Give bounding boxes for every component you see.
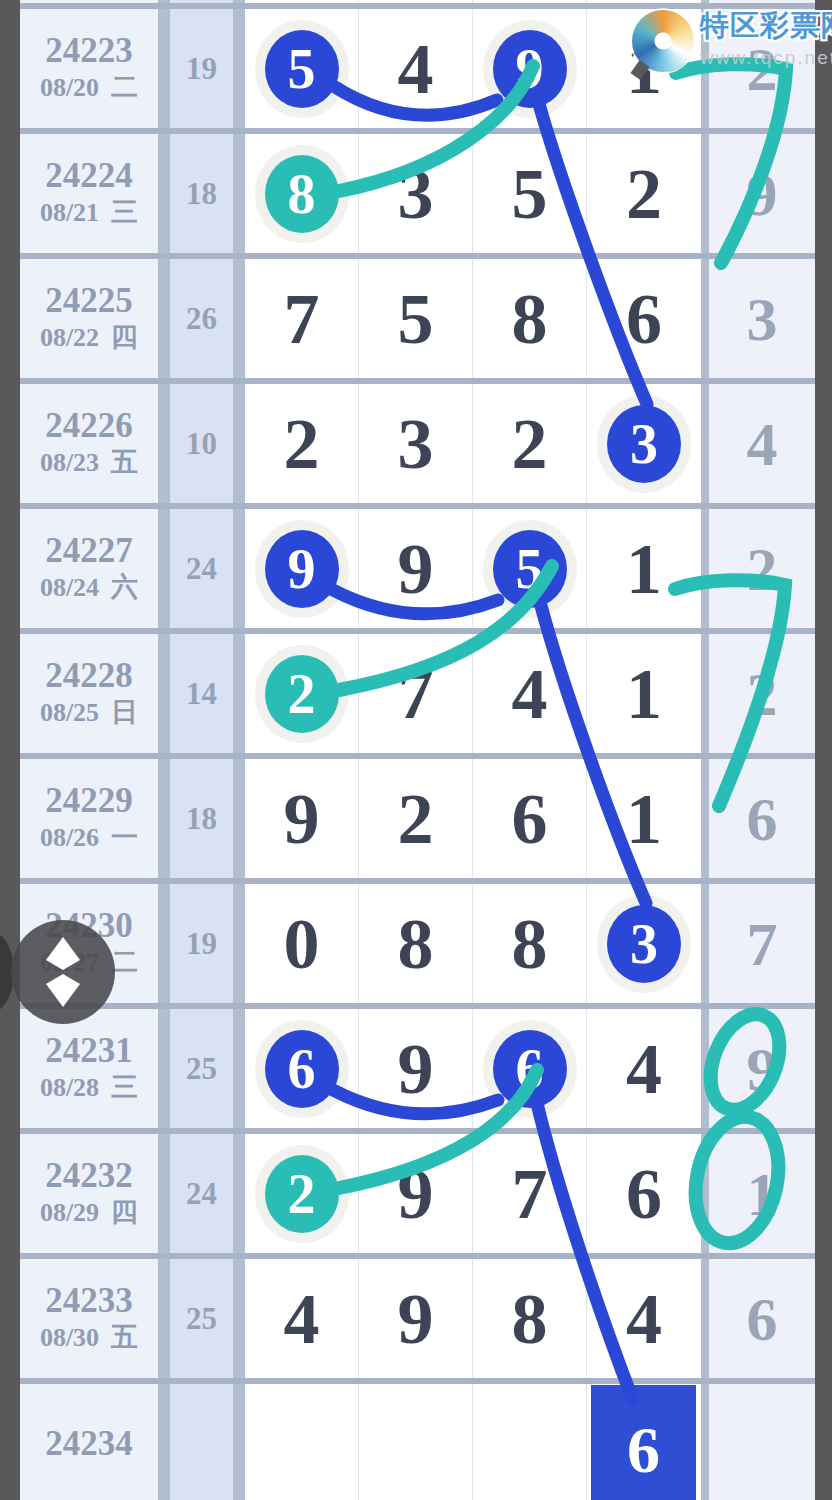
teal-circled-digit: 2	[265, 655, 339, 733]
extra-digit-value: 4	[747, 413, 778, 475]
draw-date-value: 08/22	[40, 323, 99, 353]
draw-label-cell: 2422508/22四	[20, 259, 158, 378]
draw-date: 08/24六	[40, 569, 138, 605]
digit-cell: 3	[587, 884, 701, 1003]
vertical-border	[233, 1009, 245, 1128]
blue-circled-digit: 3	[607, 405, 681, 483]
vertical-border	[701, 759, 709, 878]
draw-weekday: 五	[111, 1319, 138, 1355]
vertical-border	[158, 634, 170, 753]
site-name: 特区彩票网	[700, 6, 832, 46]
digit-cell: 6	[245, 1009, 358, 1128]
digit-cell: 6	[587, 1134, 701, 1253]
draw-weekday: 二	[111, 69, 138, 105]
scroll-up-arrow-icon[interactable]	[46, 937, 80, 970]
teal-circled-digit: 2	[265, 1155, 339, 1233]
digit-value: 4	[398, 33, 434, 105]
blue-circled-digit: 9	[493, 30, 567, 108]
digit-value: 2	[398, 783, 434, 855]
draw-number: 24227	[45, 532, 133, 570]
top-partial-cell	[20, 0, 158, 3]
digit-value: 8	[512, 283, 548, 355]
sum-cell: 24	[170, 1134, 233, 1253]
digit-value: 1	[626, 533, 662, 605]
extra-digit-cell: 6	[709, 759, 815, 878]
digit-value: 4	[626, 1033, 662, 1105]
digit-value: 8	[398, 908, 434, 980]
digit-cell: 2	[587, 134, 701, 253]
draw-number: 24228	[45, 657, 133, 695]
vertical-border	[233, 884, 245, 1003]
sum-cell: 26	[170, 259, 233, 378]
draw-weekday: 日	[111, 694, 138, 730]
digit-value: 3	[398, 408, 434, 480]
digit-value: 1	[626, 783, 662, 855]
digit-value: 7	[512, 1158, 548, 1230]
digit-cell: 5	[245, 9, 358, 128]
digit-cell: 2	[473, 384, 586, 503]
sum-value: 10	[186, 426, 217, 462]
extra-digit-cell: 6	[709, 1259, 815, 1378]
draw-date: 08/23五	[40, 444, 138, 480]
draw-date: 08/25日	[40, 694, 138, 730]
draw-weekday: 六	[111, 569, 138, 605]
digit-cell: 8	[473, 259, 586, 378]
extra-digit-cell: 9	[709, 134, 815, 253]
digit-cell: 7	[359, 634, 472, 753]
vertical-border	[701, 1009, 709, 1128]
digit-cell: 9	[245, 509, 358, 628]
draw-date: 08/28三	[40, 1069, 138, 1105]
draw-date-value: 08/23	[40, 448, 99, 478]
blue-circled-digit: 6	[265, 1030, 339, 1108]
digit-value: 2	[284, 408, 320, 480]
vertical-border	[233, 9, 245, 128]
digit-cell	[245, 1384, 358, 1500]
digit-cell: 1	[587, 759, 701, 878]
vertical-border	[158, 884, 170, 1003]
digit-cell: 6	[587, 1384, 701, 1500]
draw-date-value: 08/30	[40, 1323, 99, 1353]
scroll-nav-widget[interactable]	[11, 920, 115, 1024]
sum-value: 19	[186, 926, 217, 962]
digit-cell: 8	[473, 1259, 586, 1378]
draw-label-cell: 2422608/23五	[20, 384, 158, 503]
top-partial-cell	[233, 0, 245, 3]
digit-cell: 5	[473, 509, 586, 628]
sum-value: 18	[186, 176, 217, 212]
draw-date-value: 08/25	[40, 698, 99, 728]
extra-digit-value: 6	[747, 1288, 778, 1350]
digit-cell: 1	[587, 509, 701, 628]
draw-label-cell: 2423208/29四	[20, 1134, 158, 1253]
vertical-border	[701, 1134, 709, 1253]
digit-value: 5	[512, 158, 548, 230]
blue-circled-digit: 5	[265, 30, 339, 108]
digit-value: 7	[398, 658, 434, 730]
digit-cell	[359, 1384, 472, 1500]
draw-number: 24223	[45, 32, 133, 70]
draw-number: 24232	[45, 1157, 133, 1195]
sum-cell: 14	[170, 634, 233, 753]
vertical-border	[233, 134, 245, 253]
digit-value: 4	[626, 1283, 662, 1355]
vertical-border	[701, 1384, 709, 1500]
digit-cell: 3	[359, 134, 472, 253]
draw-label-cell: 2423108/28三	[20, 1009, 158, 1128]
digit-cell: 5	[473, 134, 586, 253]
sum-value: 19	[186, 51, 217, 87]
extra-digit-value: 2	[747, 663, 778, 725]
digit-value: 3	[398, 158, 434, 230]
vertical-border	[158, 759, 170, 878]
digit-cell: 0	[245, 884, 358, 1003]
draw-weekday: 二	[111, 944, 138, 980]
digit-value: 0	[284, 908, 320, 980]
sum-cell: 18	[170, 134, 233, 253]
digit-cell: 8	[473, 884, 586, 1003]
draw-label-cell: 2422408/21三	[20, 134, 158, 253]
sum-value: 18	[186, 801, 217, 837]
sum-cell	[170, 1384, 233, 1500]
extra-digit-cell	[709, 1384, 815, 1500]
draw-number: 24231	[45, 1032, 133, 1070]
digit-cell: 2	[245, 1134, 358, 1253]
vertical-border	[158, 1009, 170, 1128]
sum-value: 26	[186, 301, 217, 337]
draw-label-cell: 2422308/20二	[20, 9, 158, 128]
vertical-border	[233, 509, 245, 628]
digit-cell: 9	[359, 1009, 472, 1128]
vertical-border	[701, 134, 709, 253]
blue-circled-digit: 6	[493, 1030, 567, 1108]
extra-digit-cell: 2	[709, 634, 815, 753]
extra-digit-value: 3	[747, 288, 778, 350]
extra-digit-cell: 2	[709, 509, 815, 628]
sum-cell: 25	[170, 1259, 233, 1378]
extra-digit-value: 1	[747, 1163, 778, 1225]
draw-date-value: 08/29	[40, 1198, 99, 1228]
digit-value: 4	[284, 1283, 320, 1355]
top-partial-cell	[170, 0, 233, 3]
blue-circled-digit: 9	[265, 530, 339, 608]
digit-cell: 9	[473, 9, 586, 128]
next-draw-blue-square: 6	[591, 1385, 696, 1500]
top-partial-cell	[158, 0, 170, 3]
digit-value: 6	[626, 1158, 662, 1230]
extra-digit-value: 9	[747, 163, 778, 225]
draw-date-value: 08/24	[40, 573, 99, 603]
blue-circled-digit: 5	[493, 530, 567, 608]
draw-date-value: 08/21	[40, 198, 99, 228]
digit-cell: 8	[359, 884, 472, 1003]
draw-date: 08/30五	[40, 1319, 138, 1355]
digit-cell: 7	[473, 1134, 586, 1253]
draw-label-cell: 2423308/30五	[20, 1259, 158, 1378]
draw-date: 08/21三	[40, 194, 138, 230]
draw-weekday: 四	[111, 1194, 138, 1230]
draw-number: 24225	[45, 282, 133, 320]
draw-date: 08/20二	[40, 69, 138, 105]
digit-cell	[473, 1384, 586, 1500]
vertical-border	[701, 509, 709, 628]
draw-date-value: 08/26	[40, 823, 99, 853]
vertical-border	[701, 384, 709, 503]
vertical-border	[158, 1384, 170, 1500]
extra-digit-cell: 3	[709, 259, 815, 378]
digit-value: 9	[398, 1033, 434, 1105]
vertical-border	[701, 259, 709, 378]
digit-cell: 1	[587, 634, 701, 753]
digit-cell: 9	[359, 1134, 472, 1253]
sum-value: 14	[186, 676, 217, 712]
extra-digit-cell: 9	[709, 1009, 815, 1128]
draw-number: 24233	[45, 1282, 133, 1320]
site-watermark-url: www.tqcp.net	[700, 47, 832, 69]
draw-label-cell: 2422708/24六	[20, 509, 158, 628]
sum-cell: 24	[170, 509, 233, 628]
extra-digit-value: 2	[747, 538, 778, 600]
digit-cell: 2	[359, 759, 472, 878]
draw-weekday: 四	[111, 319, 138, 355]
vertical-border	[701, 1259, 709, 1378]
digit-cell: 6	[587, 259, 701, 378]
digit-cell: 4	[587, 1009, 701, 1128]
digit-value: 6	[626, 283, 662, 355]
vertical-border	[158, 1259, 170, 1378]
digit-value: 9	[398, 533, 434, 605]
digit-cell: 5	[359, 259, 472, 378]
sum-value: 24	[186, 551, 217, 587]
digit-value: 9	[398, 1283, 434, 1355]
draw-label-cell: 2422908/26一	[20, 759, 158, 878]
digit-cell: 9	[359, 1259, 472, 1378]
vertical-border	[158, 509, 170, 628]
draw-weekday: 三	[111, 194, 138, 230]
digit-cell: 2	[245, 384, 358, 503]
sum-cell: 19	[170, 884, 233, 1003]
draw-number: 24234	[45, 1425, 133, 1463]
vertical-border	[233, 384, 245, 503]
draw-label-cell: 24234	[20, 1384, 158, 1500]
sum-cell: 10	[170, 384, 233, 503]
top-partial-cell	[473, 0, 586, 3]
draw-number: 24224	[45, 157, 133, 195]
digit-cell: 3	[359, 384, 472, 503]
digit-cell: 6	[473, 759, 586, 878]
top-partial-cell	[701, 0, 709, 3]
extra-digit-value: 7	[747, 913, 778, 975]
draw-date: 08/26一	[40, 819, 138, 855]
draw-weekday: 一	[111, 819, 138, 855]
digit-value: 5	[398, 283, 434, 355]
digit-value: 8	[512, 908, 548, 980]
draw-weekday: 五	[111, 444, 138, 480]
draw-date-value: 08/20	[40, 73, 99, 103]
extra-digit-value: 6	[747, 788, 778, 850]
vertical-border	[233, 259, 245, 378]
vertical-border	[233, 1259, 245, 1378]
vertical-border	[233, 1134, 245, 1253]
vertical-border	[233, 759, 245, 878]
vertical-border	[158, 9, 170, 128]
lottery-trend-chart-page: 2422308/20二19549122422408/21三18835292422…	[0, 0, 832, 1500]
vertical-border	[158, 134, 170, 253]
draw-number: 24226	[45, 407, 133, 445]
vertical-border	[701, 884, 709, 1003]
digit-value: 9	[398, 1158, 434, 1230]
digit-value: 2	[512, 408, 548, 480]
draw-label-cell: 2422808/25日	[20, 634, 158, 753]
sum-cell: 19	[170, 9, 233, 128]
teal-circled-digit: 8	[265, 155, 339, 233]
vertical-border	[233, 634, 245, 753]
extra-digit-cell: 4	[709, 384, 815, 503]
draw-date: 08/29四	[40, 1194, 138, 1230]
digit-cell: 7	[245, 259, 358, 378]
digit-cell: 6	[473, 1009, 586, 1128]
sum-value: 24	[186, 1176, 217, 1212]
blue-circled-digit: 3	[607, 905, 681, 983]
digit-value: 2	[626, 158, 662, 230]
digit-value: 7	[284, 283, 320, 355]
digit-cell: 9	[359, 509, 472, 628]
digit-cell: 4	[473, 634, 586, 753]
digit-value: 6	[512, 783, 548, 855]
top-partial-cell	[359, 0, 472, 3]
digit-value: 9	[284, 783, 320, 855]
digit-cell: 4	[359, 9, 472, 128]
site-logo[interactable]: 特区彩票网 www.tqcp.net	[630, 6, 832, 69]
top-partial-cell	[587, 0, 701, 3]
digit-value: 1	[626, 658, 662, 730]
vertical-border	[158, 259, 170, 378]
extra-digit-cell: 7	[709, 884, 815, 1003]
top-partial-cell	[709, 0, 815, 3]
vertical-border	[701, 634, 709, 753]
sum-value: 25	[186, 1051, 217, 1087]
digit-cell: 4	[245, 1259, 358, 1378]
draw-date-value: 08/28	[40, 1073, 99, 1103]
trend-table: 2422308/20二19549122422408/21三18835292422…	[20, 0, 815, 1500]
draw-weekday: 三	[111, 1069, 138, 1105]
digit-cell: 4	[587, 1259, 701, 1378]
digit-cell: 8	[245, 134, 358, 253]
vertical-border	[233, 1384, 245, 1500]
sum-value: 25	[186, 1301, 217, 1337]
sum-cell: 25	[170, 1009, 233, 1128]
draw-date: 08/22四	[40, 319, 138, 355]
digit-cell: 3	[587, 384, 701, 503]
draw-number: 24229	[45, 782, 133, 820]
top-partial-cell	[245, 0, 358, 3]
scroll-down-arrow-icon[interactable]	[46, 974, 80, 1007]
vertical-border	[158, 384, 170, 503]
swirl-logo-icon	[632, 10, 694, 72]
digit-cell: 2	[245, 634, 358, 753]
extra-digit-cell: 1	[709, 1134, 815, 1253]
vertical-border	[158, 1134, 170, 1253]
digit-value: 4	[512, 658, 548, 730]
digit-value: 8	[512, 1283, 548, 1355]
extra-digit-value: 9	[747, 1038, 778, 1100]
sum-cell: 18	[170, 759, 233, 878]
digit-cell: 9	[245, 759, 358, 878]
